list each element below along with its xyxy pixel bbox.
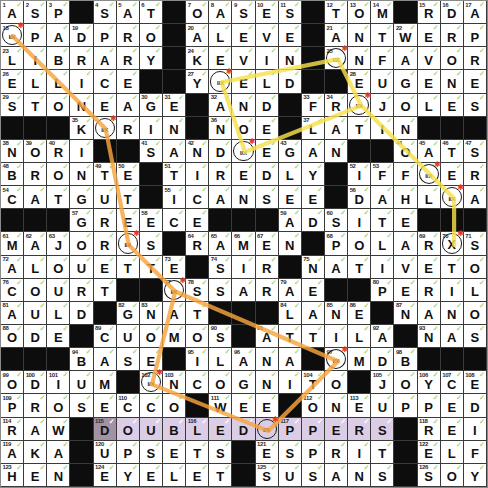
cell-r3c17[interactable]: F✓ <box>371 47 394 70</box>
cell-r13c3[interactable]: U✓ <box>47 279 70 302</box>
cell-r16c17[interactable]: D✓ <box>371 348 394 371</box>
cell-r19c19[interactable]: 118R✓ <box>418 418 441 441</box>
cell-r1c7[interactable]: 6T✓ <box>140 1 163 24</box>
cell-r9c17[interactable]: A✓ <box>371 186 394 209</box>
cell-r9c16[interactable]: 56D✓ <box>348 186 371 209</box>
cell-r21c10[interactable]: T✓ <box>209 464 232 487</box>
cell-r17c20[interactable]: 107C✓ <box>441 371 464 394</box>
cell-r18c6[interactable]: 110C✓ <box>117 394 140 417</box>
cell-r20c3[interactable]: A✓ <box>47 441 70 464</box>
cell-r15c20[interactable]: A✓ <box>441 325 464 348</box>
cell-r12c2[interactable]: L✓ <box>24 256 47 279</box>
cell-r15c9[interactable]: O✓ <box>186 325 209 348</box>
cell-r12c7[interactable]: T✓ <box>140 256 163 279</box>
cell-r5c10[interactable]: 32A✓ <box>209 94 232 117</box>
cell-r6c5[interactable]: I/X✱ <box>94 117 117 140</box>
cell-r10c9[interactable]: E✓ <box>186 209 209 232</box>
cell-r18c7[interactable]: C✓ <box>140 394 163 417</box>
cell-r18c1[interactable]: 109P✓ <box>1 394 24 417</box>
cell-r3c11[interactable]: V✓ <box>232 47 255 70</box>
cell-r15c13[interactable]: T✓ <box>279 325 302 348</box>
cell-r8c2[interactable]: R✓ <box>24 163 47 186</box>
cell-r14c1[interactable]: 81A✓ <box>1 302 24 325</box>
cell-r3c19[interactable]: V✓ <box>418 47 441 70</box>
cell-r4c6[interactable]: E✓ <box>117 70 140 93</box>
cell-r14c2[interactable]: U✓ <box>24 302 47 325</box>
cell-r20c9[interactable]: T✓ <box>186 441 209 464</box>
cell-r14c16[interactable]: 86E✓ <box>348 302 371 325</box>
cell-r18c8[interactable]: O✓ <box>163 394 186 417</box>
cell-r3c3[interactable]: B✓ <box>47 47 70 70</box>
cell-r2c19[interactable]: E✓ <box>418 24 441 47</box>
cell-r5c1[interactable]: 29S✓ <box>1 94 24 117</box>
cell-r14c6[interactable]: 82G✓ <box>117 302 140 325</box>
cell-r11c9[interactable]: 64R✓ <box>186 232 209 255</box>
cell-r20c15[interactable]: R✓ <box>325 441 348 464</box>
cell-r17c15[interactable]: O✓ <box>325 371 348 394</box>
cell-r15c3[interactable]: E✓ <box>47 325 70 348</box>
cell-r16c16[interactable]: M✓ <box>348 348 371 371</box>
cell-r8c6[interactable]: 50E✓ <box>117 163 140 186</box>
cell-r16c9[interactable]: 95I✓ <box>186 348 209 371</box>
cell-r6c8[interactable]: N✓ <box>163 117 186 140</box>
cell-r10c4[interactable]: 57G✓ <box>70 209 93 232</box>
cell-r13c18[interactable]: E✓ <box>394 279 417 302</box>
cell-r9c14[interactable]: E✓ <box>302 186 325 209</box>
cell-r7c15[interactable]: N✓ <box>325 140 348 163</box>
cell-r20c2[interactable]: K✓ <box>24 441 47 464</box>
cell-r13c5[interactable]: T✓ <box>94 279 117 302</box>
cell-r1c5[interactable]: 4S✓ <box>94 1 117 24</box>
cell-r6c7[interactable]: I✓ <box>140 117 163 140</box>
cell-r15c17[interactable]: 92A✓ <box>371 325 394 348</box>
cell-r8c4[interactable]: N✓ <box>70 163 93 186</box>
cell-r2c17[interactable]: T✓ <box>371 24 394 47</box>
cell-r6c4[interactable]: 35K✓ <box>70 117 93 140</box>
cell-r16c4[interactable]: 94B✓ <box>70 348 93 371</box>
cell-r11c7[interactable]: S✓ <box>140 232 163 255</box>
cell-r3c7[interactable]: Y✓ <box>140 47 163 70</box>
cell-r17c5[interactable]: M✓ <box>94 371 117 394</box>
cell-r3c6[interactable]: R✓ <box>117 47 140 70</box>
cell-r12c14[interactable]: 75N✓ <box>302 256 325 279</box>
cell-r2c16[interactable]: N✓ <box>348 24 371 47</box>
cell-r1c21[interactable]: 17A✓ <box>464 1 487 24</box>
cell-r1c11[interactable]: 9S✓ <box>232 1 255 24</box>
cell-r21c1[interactable]: 123H✓ <box>1 464 24 487</box>
cell-r2c12[interactable]: V✓ <box>256 24 279 47</box>
cell-r12c17[interactable]: I✓ <box>371 256 394 279</box>
cell-r10c7[interactable]: 58E✓ <box>140 209 163 232</box>
cell-r4c17[interactable]: U✓ <box>371 70 394 93</box>
cell-r21c8[interactable]: L✓ <box>163 464 186 487</box>
cell-r18c2[interactable]: R✓ <box>24 394 47 417</box>
cell-r6c17[interactable]: I✓ <box>371 117 394 140</box>
cell-r18c5[interactable]: E✓ <box>94 394 117 417</box>
cell-r11c6[interactable]: I/X✱ <box>117 232 140 255</box>
cell-r7c2[interactable]: 39O✓ <box>24 140 47 163</box>
cell-r20c10[interactable]: S✓ <box>209 441 232 464</box>
cell-r12c18[interactable]: V✓ <box>394 256 417 279</box>
cell-r5c21[interactable]: S✓ <box>464 94 487 117</box>
cell-r17c21[interactable]: 108E✓ <box>464 371 487 394</box>
cell-r17c13[interactable]: I✓ <box>279 371 302 394</box>
cell-r18c18[interactable]: P✓ <box>394 394 417 417</box>
cell-r12c16[interactable]: T✓ <box>348 256 371 279</box>
cell-r18c3[interactable]: O✓ <box>47 394 70 417</box>
cell-r18c4[interactable]: S✓ <box>70 394 93 417</box>
cell-r7c4[interactable]: I✓ <box>70 140 93 163</box>
cell-r20c7[interactable]: S✓ <box>140 441 163 464</box>
cell-r19c9[interactable]: 116L✓ <box>186 418 209 441</box>
cell-r13c4[interactable]: R✓ <box>70 279 93 302</box>
cell-r13c2[interactable]: O✓ <box>24 279 47 302</box>
cell-r2c10[interactable]: L✓ <box>209 24 232 47</box>
cell-r17c10[interactable]: O✓ <box>209 371 232 394</box>
cell-r9c12[interactable]: S✓ <box>256 186 279 209</box>
cell-r13c14[interactable]: E✓ <box>302 279 325 302</box>
cell-r13c20[interactable]: I✓ <box>441 279 464 302</box>
cell-r14c20[interactable]: N✓ <box>441 302 464 325</box>
cell-r8c13[interactable]: L✓ <box>279 163 302 186</box>
cell-r17c1[interactable]: 99O✓ <box>1 371 24 394</box>
cell-r21c7[interactable]: E✓ <box>140 464 163 487</box>
cell-r2c5[interactable]: P✓ <box>94 24 117 47</box>
cell-r12c20[interactable]: T✓ <box>441 256 464 279</box>
cell-r3c21[interactable]: R✓ <box>464 47 487 70</box>
cell-r7c10[interactable]: D✓ <box>209 140 232 163</box>
cell-r4c21[interactable]: E✓ <box>464 70 487 93</box>
cell-r8c1[interactable]: 48B✓ <box>1 163 24 186</box>
cell-r8c8[interactable]: 51T✓ <box>163 163 186 186</box>
cell-r5c11[interactable]: N✓ <box>232 94 255 117</box>
cell-r1c13[interactable]: 11S✓ <box>279 1 302 24</box>
cell-r1c20[interactable]: 16D✓ <box>441 1 464 24</box>
cell-r17c8[interactable]: 103N✓ <box>163 371 186 394</box>
cell-r7c8[interactable]: A✓ <box>163 140 186 163</box>
cell-r6c18[interactable]: N✓ <box>394 117 417 140</box>
cell-r8c11[interactable]: E✓ <box>232 163 255 186</box>
cell-r21c13[interactable]: U✓ <box>279 464 302 487</box>
cell-r17c18[interactable]: O✓ <box>394 371 417 394</box>
cell-r18c20[interactable]: E✓ <box>441 394 464 417</box>
cell-r16c18[interactable]: 98B✓ <box>394 348 417 371</box>
cell-r9c20[interactable]: I/X✱ <box>441 186 464 209</box>
cell-r19c16[interactable]: R✓ <box>348 418 371 441</box>
cell-r8c10[interactable]: R✓ <box>209 163 232 186</box>
cell-r5c3[interactable]: O✓ <box>47 94 70 117</box>
cell-r5c8[interactable]: 31E✓ <box>163 94 186 117</box>
cell-r7c12[interactable]: E✓ <box>256 140 279 163</box>
cell-r18c10[interactable]: 111W✓ <box>209 394 232 417</box>
cell-r14c7[interactable]: 83N✓ <box>140 302 163 325</box>
cell-r13c11[interactable]: A✓ <box>232 279 255 302</box>
cell-r17c3[interactable]: 101I✓ <box>47 371 70 394</box>
cell-r5c7[interactable]: 30G✓ <box>140 94 163 117</box>
cell-r4c18[interactable]: G✓ <box>394 70 417 93</box>
cell-r11c2[interactable]: 62A✓ <box>24 232 47 255</box>
cell-r8c3[interactable]: O✓ <box>47 163 70 186</box>
cell-r2c20[interactable]: R✓ <box>441 24 464 47</box>
cell-r1c10[interactable]: 8A✓ <box>209 1 232 24</box>
cell-r3c2[interactable]: I✓ <box>24 47 47 70</box>
cell-r10c13[interactable]: 59A✓ <box>279 209 302 232</box>
cell-r17c2[interactable]: 100D✓ <box>24 371 47 394</box>
cell-r20c16[interactable]: I✓ <box>348 441 371 464</box>
cell-r17c17[interactable]: 105J✓ <box>371 371 394 394</box>
cell-r21c19[interactable]: 126S✓ <box>418 464 441 487</box>
cell-r11c3[interactable]: 63J✓ <box>47 232 70 255</box>
cell-r21c2[interactable]: E✓ <box>24 464 47 487</box>
cell-r19c1[interactable]: 114R✓ <box>1 418 24 441</box>
cell-r17c7[interactable]: 102I/X✱ <box>140 371 163 394</box>
cell-r8c16[interactable]: 52I✓ <box>348 163 371 186</box>
cell-r9c21[interactable]: A✓ <box>464 186 487 209</box>
cell-r12c6[interactable]: T✓ <box>117 256 140 279</box>
cell-r2c7[interactable]: O✓ <box>140 24 163 47</box>
cell-r19c21[interactable]: I✓ <box>464 418 487 441</box>
cell-r14c18[interactable]: 87N✓ <box>394 302 417 325</box>
cell-r6c16[interactable]: T✓ <box>348 117 371 140</box>
cell-r12c19[interactable]: E✓ <box>418 256 441 279</box>
cell-r2c21[interactable]: P✓ <box>464 24 487 47</box>
cell-r12c5[interactable]: E✓ <box>94 256 117 279</box>
cell-r1c6[interactable]: 5A✓ <box>117 1 140 24</box>
cell-r11c4[interactable]: O✓ <box>70 232 93 255</box>
cell-r19c8[interactable]: B✓ <box>163 418 186 441</box>
cell-r21c20[interactable]: O✓ <box>441 464 464 487</box>
cell-r2c11[interactable]: E✓ <box>232 24 255 47</box>
cell-r15c16[interactable]: L✓ <box>348 325 371 348</box>
cell-r9c13[interactable]: E✓ <box>279 186 302 209</box>
cell-r6c6[interactable]: R✓ <box>117 117 140 140</box>
cell-r8c12[interactable]: D✓ <box>256 163 279 186</box>
cell-r4c19[interactable]: E✓ <box>418 70 441 93</box>
cell-r10c8[interactable]: C✓ <box>163 209 186 232</box>
cell-r8c14[interactable]: Y✓ <box>302 163 325 186</box>
cell-r12c1[interactable]: 72A✓ <box>1 256 24 279</box>
cell-r7c20[interactable]: 46T✓ <box>441 140 464 163</box>
cell-r11c5[interactable]: R✓ <box>94 232 117 255</box>
cell-r2c18[interactable]: 22W✓ <box>394 24 417 47</box>
cell-r11c13[interactable]: N✓ <box>279 232 302 255</box>
cell-r21c3[interactable]: N✓ <box>47 464 70 487</box>
cell-r8c17[interactable]: 53F✓ <box>371 163 394 186</box>
cell-r7c3[interactable]: 40R✓ <box>47 140 70 163</box>
cell-r9c5[interactable]: U✓ <box>94 186 117 209</box>
cell-r20c12[interactable]: 121E✓ <box>256 441 279 464</box>
cell-r18c21[interactable]: D✓ <box>464 394 487 417</box>
cell-r11c1[interactable]: 61M✓ <box>1 232 24 255</box>
cell-r5c19[interactable]: L✓ <box>418 94 441 117</box>
cell-r1c17[interactable]: 14M✓ <box>371 1 394 24</box>
cell-r6c12[interactable]: E✓ <box>256 117 279 140</box>
cell-r2c2[interactable]: P✓ <box>24 24 47 47</box>
cell-r16c13[interactable]: A✓ <box>279 348 302 371</box>
cell-r9c2[interactable]: A✓ <box>24 186 47 209</box>
cell-r10c5[interactable]: R✓ <box>94 209 117 232</box>
cell-r4c1[interactable]: 26E✓ <box>1 70 24 93</box>
cell-r3c12[interactable]: I✓ <box>256 47 279 70</box>
cell-r11c20[interactable]: 70X✱ <box>441 232 464 255</box>
cell-r16c6[interactable]: S✓ <box>117 348 140 371</box>
cell-r9c6[interactable]: T✓ <box>117 186 140 209</box>
cell-r11c16[interactable]: O✓ <box>348 232 371 255</box>
cell-r5c15[interactable]: 34R✓ <box>325 94 348 117</box>
cell-r3c18[interactable]: A✓ <box>394 47 417 70</box>
cell-r13c10[interactable]: S✓ <box>209 279 232 302</box>
cell-r15c19[interactable]: 93N✓ <box>418 325 441 348</box>
cell-r8c19[interactable]: I/X✱ <box>418 163 441 186</box>
cell-r11c11[interactable]: 66M✓ <box>232 232 255 255</box>
cell-r11c19[interactable]: 69R✓ <box>418 232 441 255</box>
cell-r9c4[interactable]: G✓ <box>70 186 93 209</box>
cell-r18c17[interactable]: U✓ <box>371 394 394 417</box>
cell-r4c20[interactable]: N✓ <box>441 70 464 93</box>
cell-r3c16[interactable]: N✓ <box>348 47 371 70</box>
cell-r11c21[interactable]: 71S✓ <box>464 232 487 255</box>
cell-r19c2[interactable]: A✓ <box>24 418 47 441</box>
cell-r12c3[interactable]: O✓ <box>47 256 70 279</box>
cell-r17c4[interactable]: U✓ <box>70 371 93 394</box>
cell-r1c19[interactable]: 15R✓ <box>418 1 441 24</box>
cell-r12c11[interactable]: I✓ <box>232 256 255 279</box>
cell-r20c20[interactable]: L✓ <box>441 441 464 464</box>
cell-r9c8[interactable]: 55I✓ <box>163 186 186 209</box>
cell-r2c13[interactable]: E✓ <box>279 24 302 47</box>
cell-r19c13[interactable]: 117P✓ <box>279 418 302 441</box>
cell-r13c21[interactable]: L✓ <box>464 279 487 302</box>
cell-r1c3[interactable]: 3P✓ <box>47 1 70 24</box>
cell-r20c8[interactable]: E✓ <box>163 441 186 464</box>
cell-r19c12[interactable]: I/X✱ <box>256 418 279 441</box>
cell-r18c11[interactable]: E✓ <box>232 394 255 417</box>
cell-r14c19[interactable]: A✓ <box>418 302 441 325</box>
cell-r5c4[interactable]: N✓ <box>70 94 93 117</box>
cell-r4c10[interactable]: I/X✱ <box>209 70 232 93</box>
cell-r11c18[interactable]: A✓ <box>394 232 417 255</box>
cell-r6c14[interactable]: 37L✓ <box>302 117 325 140</box>
cell-r4c13[interactable]: D✓ <box>279 70 302 93</box>
cell-r15c10[interactable]: 90S✓ <box>209 325 232 348</box>
cell-r11c12[interactable]: 67E✓ <box>256 232 279 255</box>
cell-r14c4[interactable]: D✓ <box>70 302 93 325</box>
cell-r12c4[interactable]: U✓ <box>70 256 93 279</box>
cell-r19c10[interactable]: E✓ <box>209 418 232 441</box>
cell-r17c11[interactable]: G✓ <box>232 371 255 394</box>
cell-r19c7[interactable]: U✓ <box>140 418 163 441</box>
cell-r3c1[interactable]: 23L✓ <box>1 47 24 70</box>
cell-r15c2[interactable]: D✓ <box>24 325 47 348</box>
cell-r12c10[interactable]: 74S✓ <box>209 256 232 279</box>
cell-r2c6[interactable]: R✓ <box>117 24 140 47</box>
cell-r10c18[interactable]: E✓ <box>394 209 417 232</box>
cell-r5c2[interactable]: T✓ <box>24 94 47 117</box>
cell-r21c16[interactable]: N✓ <box>348 464 371 487</box>
cell-r13c1[interactable]: 76C✓ <box>1 279 24 302</box>
cell-r9c18[interactable]: H✓ <box>394 186 417 209</box>
cell-r14c15[interactable]: 85N✓ <box>325 302 348 325</box>
cell-r8c5[interactable]: 49T✓ <box>94 163 117 186</box>
cell-r19c17[interactable]: S✓ <box>371 418 394 441</box>
cell-r19c11[interactable]: D✓ <box>232 418 255 441</box>
cell-r7c13[interactable]: 43G✓ <box>279 140 302 163</box>
cell-r12c21[interactable]: O✓ <box>464 256 487 279</box>
cell-r4c2[interactable]: L✓ <box>24 70 47 93</box>
cell-r13c9[interactable]: 78S✓ <box>186 279 209 302</box>
cell-r18c15[interactable]: N✓ <box>325 394 348 417</box>
cell-r8c18[interactable]: F✓ <box>394 163 417 186</box>
cell-r3c9[interactable]: 24K✓ <box>186 47 209 70</box>
cell-r5c20[interactable]: E✓ <box>441 94 464 117</box>
cell-r21c14[interactable]: S✓ <box>302 464 325 487</box>
cell-r6c10[interactable]: 36N✓ <box>209 117 232 140</box>
cell-r15c5[interactable]: 89C✓ <box>94 325 117 348</box>
cell-r2c1[interactable]: 18I/X✱ <box>1 24 24 47</box>
cell-r16c5[interactable]: A✓ <box>94 348 117 371</box>
cell-r13c8[interactable]: 77I/X✱ <box>163 279 186 302</box>
cell-r2c9[interactable]: 20A✓ <box>186 24 209 47</box>
cell-r20c5[interactable]: 120U✓ <box>94 441 117 464</box>
cell-r11c17[interactable]: L✓ <box>371 232 394 255</box>
cell-r14c21[interactable]: O✓ <box>464 302 487 325</box>
cell-r21c21[interactable]: Y✓ <box>464 464 487 487</box>
cell-r16c12[interactable]: N✓ <box>256 348 279 371</box>
cell-r7c14[interactable]: A✓ <box>302 140 325 163</box>
cell-r3c5[interactable]: A✓ <box>94 47 117 70</box>
cell-r5c6[interactable]: A✓ <box>117 94 140 117</box>
cell-r1c9[interactable]: 7O✓ <box>186 1 209 24</box>
cell-r13c13[interactable]: 79A✓ <box>279 279 302 302</box>
cell-r14c14[interactable]: A✓ <box>302 302 325 325</box>
cell-r15c8[interactable]: M✓ <box>163 325 186 348</box>
cell-r21c6[interactable]: Y✓ <box>117 464 140 487</box>
cell-r4c3[interactable]: L✓ <box>47 70 70 93</box>
cell-r17c19[interactable]: 106Y✓ <box>418 371 441 394</box>
crossword-grid[interactable]: 1A✓2S✓3P✓4S✓5A✓6T✓7O✓8A✓9S✓10E✓11S✓12T✓1… <box>1 1 487 487</box>
cell-r18c19[interactable]: P✓ <box>418 394 441 417</box>
cell-r10c16[interactable]: I✓ <box>348 209 371 232</box>
cell-r20c6[interactable]: P✓ <box>117 441 140 464</box>
cell-r9c10[interactable]: A✓ <box>209 186 232 209</box>
cell-r20c13[interactable]: S✓ <box>279 441 302 464</box>
cell-r16c10[interactable]: L✓ <box>209 348 232 371</box>
cell-r9c19[interactable]: L✓ <box>418 186 441 209</box>
cell-r19c3[interactable]: W✓ <box>47 418 70 441</box>
cell-r3c13[interactable]: N✓ <box>279 47 302 70</box>
cell-r3c20[interactable]: O✓ <box>441 47 464 70</box>
cell-r21c9[interactable]: E✓ <box>186 464 209 487</box>
cell-r21c12[interactable]: 125S✓ <box>256 464 279 487</box>
cell-r16c11[interactable]: 96A✓ <box>232 348 255 371</box>
cell-r18c14[interactable]: 112O✓ <box>302 394 325 417</box>
cell-r15c7[interactable]: O✓ <box>140 325 163 348</box>
cell-r2c4[interactable]: 19D✓ <box>70 24 93 47</box>
cell-r4c12[interactable]: L✓ <box>256 70 279 93</box>
cell-r21c15[interactable]: A✓ <box>325 464 348 487</box>
cell-r9c3[interactable]: T✓ <box>47 186 70 209</box>
cell-r1c2[interactable]: 2S✓ <box>24 1 47 24</box>
cell-r4c9[interactable]: 27Y✓ <box>186 70 209 93</box>
cell-r19c20[interactable]: E✓ <box>441 418 464 441</box>
cell-r13c12[interactable]: R✓ <box>256 279 279 302</box>
cell-r13c19[interactable]: R✓ <box>418 279 441 302</box>
cell-r1c16[interactable]: 13O✓ <box>348 1 371 24</box>
cell-r5c14[interactable]: 33F✓ <box>302 94 325 117</box>
cell-r4c4[interactable]: I✓ <box>70 70 93 93</box>
cell-r7c9[interactable]: 42N✓ <box>186 140 209 163</box>
cell-r19c15[interactable]: E✓ <box>325 418 348 441</box>
